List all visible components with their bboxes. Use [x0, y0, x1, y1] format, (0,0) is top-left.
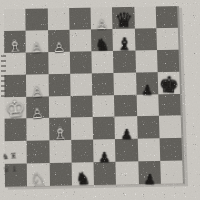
square-a7[interactable]: ♗ [4, 31, 26, 53]
square-c1[interactable] [49, 163, 72, 186]
square-h8[interactable] [156, 6, 178, 28]
square-e5[interactable] [92, 73, 114, 96]
piece-white-pawn-e8[interactable]: ♙ [96, 18, 108, 31]
square-e6[interactable] [92, 51, 114, 73]
piece-black-knight-d1[interactable]: ♞ [75, 170, 91, 187]
stamp-glyph: ♛ [3, 166, 11, 174]
square-f4[interactable] [114, 94, 137, 117]
square-b3[interactable] [27, 118, 49, 141]
square-b8[interactable] [26, 8, 48, 30]
square-f1[interactable] [116, 162, 139, 185]
square-h3[interactable] [159, 116, 182, 139]
square-b2[interactable] [27, 141, 49, 164]
square-e8[interactable]: ♙ [91, 7, 113, 29]
chess-board[interactable]: ♙♛♗♙♙♞♝♙♟♚♔♙♗♟♟♘♞♟ [4, 6, 185, 188]
square-c5[interactable] [48, 73, 70, 96]
square-a5[interactable] [4, 74, 26, 97]
square-g1[interactable]: ♟ [138, 161, 161, 184]
square-h7[interactable] [156, 28, 178, 50]
square-f6[interactable] [113, 50, 135, 72]
piece-black-pawn-g5[interactable]: ♟ [141, 82, 154, 96]
square-g3[interactable] [137, 116, 160, 139]
square-c6[interactable] [48, 52, 70, 74]
square-d5[interactable] [70, 73, 92, 96]
piece-white-bishop-c3[interactable]: ♗ [51, 124, 68, 143]
square-b5[interactable]: ♙ [26, 74, 48, 97]
square-g8[interactable] [134, 6, 156, 28]
square-d3[interactable] [71, 117, 93, 140]
piece-white-pawn-b4[interactable]: ♙ [31, 106, 44, 121]
square-d6[interactable] [70, 51, 92, 73]
square-h6[interactable] [157, 49, 180, 71]
square-c8[interactable] [47, 8, 69, 30]
square-f8[interactable]: ♛ [112, 7, 134, 29]
square-h1[interactable] [160, 161, 183, 184]
square-f3[interactable]: ♟ [115, 117, 138, 140]
square-b7[interactable]: ♙ [26, 30, 48, 52]
square-b1[interactable]: ♘ [27, 163, 50, 186]
piece-black-pawn-e2[interactable]: ♟ [98, 150, 111, 164]
square-d8[interactable] [69, 8, 91, 30]
square-h2[interactable] [160, 138, 183, 161]
square-c7[interactable]: ♙ [48, 30, 70, 52]
stamp-glyph: ♜ [10, 152, 18, 160]
square-e3[interactable] [93, 117, 116, 140]
square-d7[interactable] [69, 29, 91, 51]
piece-white-pawn-b7[interactable]: ♙ [30, 40, 43, 54]
stamp-glyph: ♝ [11, 165, 19, 173]
square-b6[interactable] [26, 52, 48, 74]
square-d2[interactable] [71, 140, 94, 163]
chessboard-photo: ♙♛♗♙♙♞♝♙♟♚♔♙♗♟♟♘♞♟ ♞♜♛♝ [0, 0, 200, 200]
square-d4[interactable] [70, 95, 92, 118]
piece-black-king-h5[interactable]: ♚ [158, 73, 180, 97]
piece-white-king-a4[interactable]: ♔ [4, 97, 27, 122]
square-c2[interactable] [49, 140, 71, 163]
stamp-glyph: ♞ [2, 153, 10, 161]
square-a8[interactable] [4, 9, 26, 31]
piece-black-queen-f8[interactable]: ♛ [114, 10, 133, 30]
square-g6[interactable] [135, 50, 157, 72]
maker-stamp-text-icon [1, 55, 6, 97]
piece-white-knight-b1[interactable]: ♘ [30, 171, 47, 189]
square-h5[interactable]: ♚ [158, 71, 181, 94]
square-a4[interactable]: ♔ [4, 96, 26, 119]
square-f2[interactable] [115, 139, 138, 162]
square-g7[interactable] [135, 28, 157, 50]
piece-white-bishop-a7[interactable]: ♗ [6, 36, 24, 55]
square-e1[interactable] [94, 162, 117, 185]
piece-black-knight-e7[interactable]: ♞ [95, 37, 110, 53]
chess-pieces-stamp-icon: ♞♜♛♝ [1, 149, 19, 178]
piece-black-pawn-f3[interactable]: ♟ [120, 127, 133, 141]
board-perspective-wrap: ♙♛♗♙♙♞♝♙♟♚♔♙♗♟♟♘♞♟ [4, 6, 184, 189]
piece-black-bishop-f7[interactable]: ♝ [116, 35, 132, 53]
square-e7[interactable]: ♞ [91, 29, 113, 51]
piece-white-pawn-c7[interactable]: ♙ [52, 40, 65, 54]
square-f5[interactable] [114, 72, 136, 95]
square-e2[interactable]: ♟ [93, 139, 116, 162]
square-g5[interactable]: ♟ [136, 72, 159, 95]
square-e4[interactable] [92, 95, 114, 118]
piece-black-pawn-g1[interactable]: ♟ [143, 172, 156, 187]
square-d1[interactable]: ♞ [72, 162, 95, 185]
square-c4[interactable] [48, 96, 70, 119]
square-c3[interactable]: ♗ [49, 118, 71, 141]
square-g2[interactable] [138, 139, 161, 162]
piece-white-pawn-b5[interactable]: ♙ [31, 84, 44, 99]
